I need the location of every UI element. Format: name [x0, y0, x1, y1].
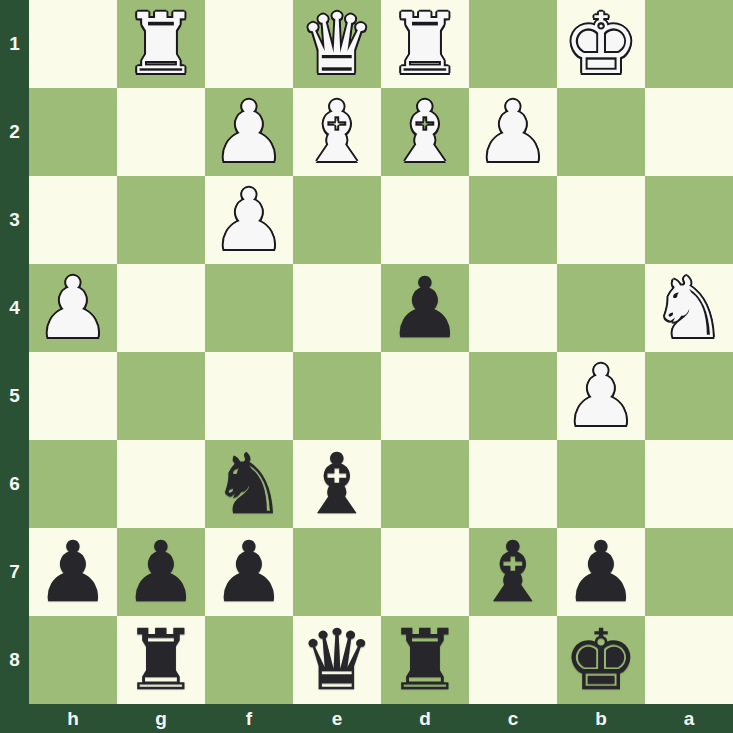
black-queen[interactable]: ♛	[299, 616, 374, 704]
square-a1[interactable]	[645, 0, 733, 88]
rank-label-6: 6	[0, 440, 29, 528]
square-f1[interactable]	[205, 0, 293, 88]
white-knight[interactable]: ♞	[651, 264, 726, 352]
square-d6[interactable]	[381, 440, 469, 528]
square-a7[interactable]	[645, 528, 733, 616]
rank-labels: 12345678	[0, 0, 29, 704]
square-d4[interactable]: ♟	[381, 264, 469, 352]
square-d1[interactable]: ♜	[381, 0, 469, 88]
black-king[interactable]: ♚	[563, 616, 638, 704]
square-b4[interactable]	[557, 264, 645, 352]
black-bishop[interactable]: ♝	[299, 440, 374, 528]
white-king[interactable]: ♚	[563, 0, 638, 88]
rank-label-5: 5	[0, 352, 29, 440]
square-h6[interactable]	[29, 440, 117, 528]
square-c5[interactable]	[469, 352, 557, 440]
square-h5[interactable]	[29, 352, 117, 440]
square-g3[interactable]	[117, 176, 205, 264]
black-rook[interactable]: ♜	[123, 616, 198, 704]
white-pawn[interactable]: ♟	[35, 264, 110, 352]
square-f5[interactable]	[205, 352, 293, 440]
square-c1[interactable]	[469, 0, 557, 88]
square-e2[interactable]: ♝	[293, 88, 381, 176]
square-e5[interactable]	[293, 352, 381, 440]
square-g4[interactable]	[117, 264, 205, 352]
square-e6[interactable]: ♝	[293, 440, 381, 528]
rank-label-4: 4	[0, 264, 29, 352]
square-e8[interactable]: ♛	[293, 616, 381, 704]
square-c2[interactable]: ♟	[469, 88, 557, 176]
square-f6[interactable]: ♞	[205, 440, 293, 528]
black-rook[interactable]: ♜	[387, 616, 462, 704]
chess-board-frame: 12345678 ♜♛♜♚♟♝♝♟♟♟♟♞♟♞♝♟♟♟♝♟♜♛♜♚ hgfedc…	[0, 0, 733, 733]
square-c8[interactable]	[469, 616, 557, 704]
square-h1[interactable]	[29, 0, 117, 88]
square-h3[interactable]	[29, 176, 117, 264]
square-a2[interactable]	[645, 88, 733, 176]
rank-label-1: 1	[0, 0, 29, 88]
white-pawn[interactable]: ♟	[475, 88, 550, 176]
black-pawn[interactable]: ♟	[563, 528, 638, 616]
black-pawn[interactable]: ♟	[35, 528, 110, 616]
square-g8[interactable]: ♜	[117, 616, 205, 704]
black-pawn[interactable]: ♟	[123, 528, 198, 616]
square-h8[interactable]	[29, 616, 117, 704]
square-f7[interactable]: ♟	[205, 528, 293, 616]
square-e3[interactable]	[293, 176, 381, 264]
file-label-g: g	[117, 704, 205, 733]
white-queen[interactable]: ♛	[299, 0, 374, 88]
square-a8[interactable]	[645, 616, 733, 704]
white-bishop[interactable]: ♝	[299, 88, 374, 176]
square-g5[interactable]	[117, 352, 205, 440]
square-f4[interactable]	[205, 264, 293, 352]
square-h7[interactable]: ♟	[29, 528, 117, 616]
rank-label-8: 8	[0, 616, 29, 704]
file-label-h: h	[29, 704, 117, 733]
square-d8[interactable]: ♜	[381, 616, 469, 704]
square-a3[interactable]	[645, 176, 733, 264]
square-a6[interactable]	[645, 440, 733, 528]
black-pawn[interactable]: ♟	[211, 528, 286, 616]
file-label-b: b	[557, 704, 645, 733]
white-rook[interactable]: ♜	[387, 0, 462, 88]
square-b6[interactable]	[557, 440, 645, 528]
black-knight[interactable]: ♞	[211, 440, 286, 528]
file-label-e: e	[293, 704, 381, 733]
rank-label-7: 7	[0, 528, 29, 616]
square-b7[interactable]: ♟	[557, 528, 645, 616]
white-pawn[interactable]: ♟	[211, 176, 286, 264]
square-g6[interactable]	[117, 440, 205, 528]
square-d7[interactable]	[381, 528, 469, 616]
square-b2[interactable]	[557, 88, 645, 176]
black-pawn[interactable]: ♟	[387, 264, 462, 352]
square-h4[interactable]: ♟	[29, 264, 117, 352]
rank-label-2: 2	[0, 88, 29, 176]
square-g1[interactable]: ♜	[117, 0, 205, 88]
square-g2[interactable]	[117, 88, 205, 176]
square-f2[interactable]: ♟	[205, 88, 293, 176]
file-label-c: c	[469, 704, 557, 733]
square-a5[interactable]	[645, 352, 733, 440]
square-e7[interactable]	[293, 528, 381, 616]
square-g7[interactable]: ♟	[117, 528, 205, 616]
square-c7[interactable]: ♝	[469, 528, 557, 616]
square-c3[interactable]	[469, 176, 557, 264]
white-pawn[interactable]: ♟	[563, 352, 638, 440]
file-label-d: d	[381, 704, 469, 733]
rank-label-3: 3	[0, 176, 29, 264]
square-b1[interactable]: ♚	[557, 0, 645, 88]
square-f3[interactable]: ♟	[205, 176, 293, 264]
square-e1[interactable]: ♛	[293, 0, 381, 88]
black-bishop[interactable]: ♝	[475, 528, 550, 616]
square-a4[interactable]: ♞	[645, 264, 733, 352]
square-b5[interactable]: ♟	[557, 352, 645, 440]
file-labels: hgfedcba	[29, 704, 733, 733]
square-c6[interactable]	[469, 440, 557, 528]
square-d2[interactable]: ♝	[381, 88, 469, 176]
square-b8[interactable]: ♚	[557, 616, 645, 704]
square-f8[interactable]	[205, 616, 293, 704]
chess-board: ♜♛♜♚♟♝♝♟♟♟♟♞♟♞♝♟♟♟♝♟♜♛♜♚	[29, 0, 733, 704]
file-label-f: f	[205, 704, 293, 733]
white-rook[interactable]: ♜	[123, 0, 198, 88]
square-h2[interactable]	[29, 88, 117, 176]
square-c4[interactable]	[469, 264, 557, 352]
square-d3[interactable]	[381, 176, 469, 264]
file-label-a: a	[645, 704, 733, 733]
white-pawn[interactable]: ♟	[211, 88, 286, 176]
square-e4[interactable]	[293, 264, 381, 352]
white-bishop[interactable]: ♝	[387, 88, 462, 176]
square-d5[interactable]	[381, 352, 469, 440]
square-b3[interactable]	[557, 176, 645, 264]
